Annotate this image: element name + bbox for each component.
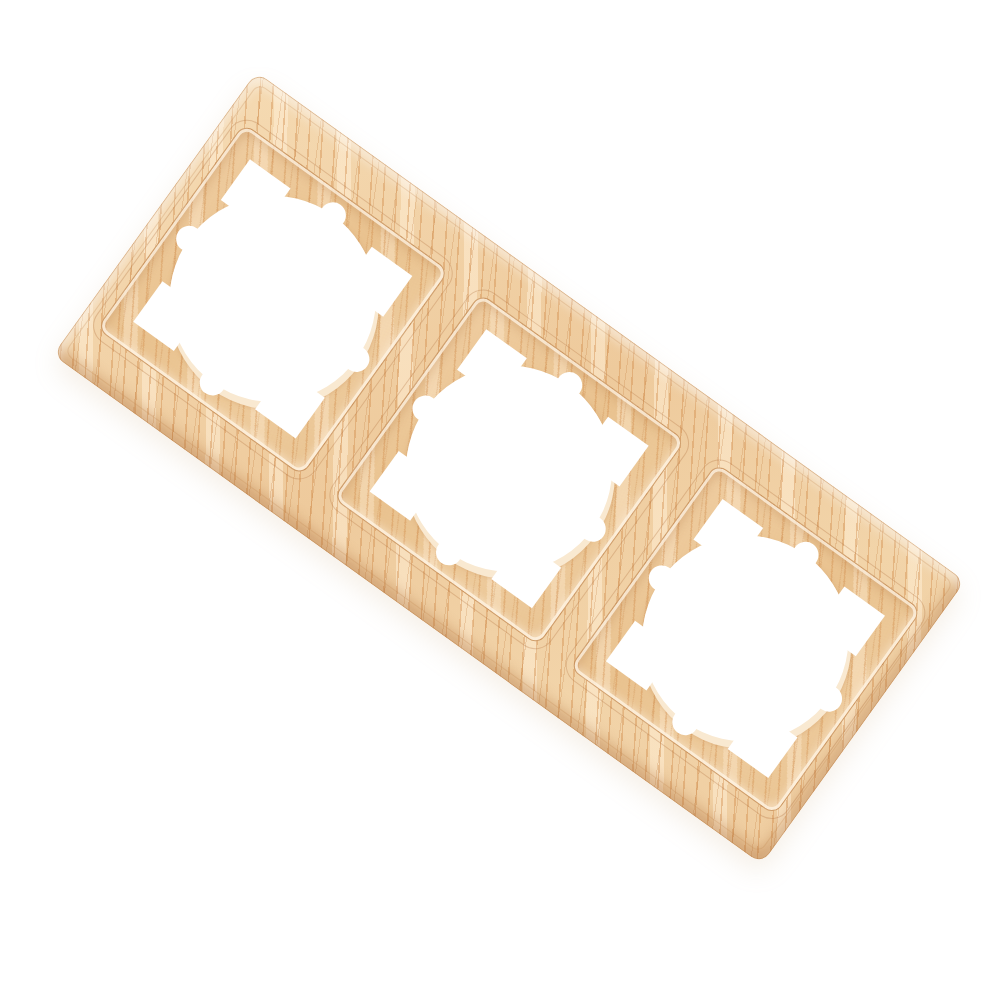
wooden-triple-frame [53,72,966,865]
photo-background [0,0,1000,1000]
